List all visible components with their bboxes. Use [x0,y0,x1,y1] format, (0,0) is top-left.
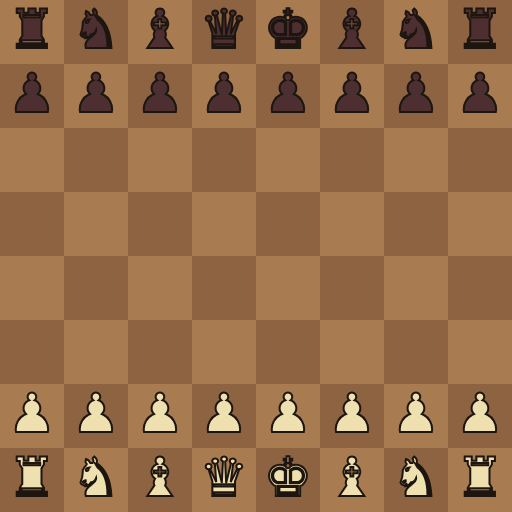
piece-black-bishop[interactable]: ♝ [136,0,184,62]
square-a2[interactable]: ♟ [0,384,64,448]
piece-white-queen[interactable]: ♛ [200,448,248,510]
square-h4[interactable] [448,256,512,320]
square-e8[interactable]: ♚ [256,0,320,64]
square-a5[interactable] [0,192,64,256]
square-b8[interactable]: ♞ [64,0,128,64]
square-g1[interactable]: ♞ [384,448,448,512]
piece-white-knight[interactable]: ♞ [392,448,440,510]
square-f4[interactable] [320,256,384,320]
square-b4[interactable] [64,256,128,320]
piece-white-pawn[interactable]: ♟ [200,384,248,446]
piece-black-rook[interactable]: ♜ [8,0,56,62]
square-b6[interactable] [64,128,128,192]
square-d3[interactable] [192,320,256,384]
square-g4[interactable] [384,256,448,320]
square-g3[interactable] [384,320,448,384]
square-a8[interactable]: ♜ [0,0,64,64]
square-h1[interactable]: ♜ [448,448,512,512]
square-g2[interactable]: ♟ [384,384,448,448]
square-f3[interactable] [320,320,384,384]
square-a6[interactable] [0,128,64,192]
square-h6[interactable] [448,128,512,192]
square-h2[interactable]: ♟ [448,384,512,448]
piece-black-pawn[interactable]: ♟ [392,64,440,126]
square-f6[interactable] [320,128,384,192]
square-c8[interactable]: ♝ [128,0,192,64]
piece-black-pawn[interactable]: ♟ [456,64,504,126]
piece-black-king[interactable]: ♚ [264,0,312,62]
square-d2[interactable]: ♟ [192,384,256,448]
square-h5[interactable] [448,192,512,256]
square-g5[interactable] [384,192,448,256]
square-g7[interactable]: ♟ [384,64,448,128]
piece-black-pawn[interactable]: ♟ [200,64,248,126]
square-e3[interactable] [256,320,320,384]
square-f2[interactable]: ♟ [320,384,384,448]
square-a3[interactable] [0,320,64,384]
piece-black-pawn[interactable]: ♟ [8,64,56,126]
square-d1[interactable]: ♛ [192,448,256,512]
square-b7[interactable]: ♟ [64,64,128,128]
square-g6[interactable] [384,128,448,192]
piece-white-pawn[interactable]: ♟ [264,384,312,446]
piece-black-pawn[interactable]: ♟ [72,64,120,126]
square-e7[interactable]: ♟ [256,64,320,128]
square-e5[interactable] [256,192,320,256]
square-e1[interactable]: ♚ [256,448,320,512]
square-d4[interactable] [192,256,256,320]
piece-white-knight[interactable]: ♞ [72,448,120,510]
square-c1[interactable]: ♝ [128,448,192,512]
piece-black-pawn[interactable]: ♟ [136,64,184,126]
piece-black-queen[interactable]: ♛ [200,0,248,62]
square-c6[interactable] [128,128,192,192]
piece-white-bishop[interactable]: ♝ [136,448,184,510]
piece-black-pawn[interactable]: ♟ [264,64,312,126]
piece-white-rook[interactable]: ♜ [8,448,56,510]
square-a1[interactable]: ♜ [0,448,64,512]
piece-black-rook[interactable]: ♜ [456,0,504,62]
piece-white-pawn[interactable]: ♟ [392,384,440,446]
piece-white-bishop[interactable]: ♝ [328,448,376,510]
square-f1[interactable]: ♝ [320,448,384,512]
square-e6[interactable] [256,128,320,192]
square-h7[interactable]: ♟ [448,64,512,128]
square-b3[interactable] [64,320,128,384]
square-g8[interactable]: ♞ [384,0,448,64]
square-h3[interactable] [448,320,512,384]
piece-white-pawn[interactable]: ♟ [8,384,56,446]
square-c5[interactable] [128,192,192,256]
square-d5[interactable] [192,192,256,256]
piece-white-pawn[interactable]: ♟ [456,384,504,446]
square-e4[interactable] [256,256,320,320]
chess-board: ♜♞♝♛♚♝♞♜♟♟♟♟♟♟♟♟♟♟♟♟♟♟♟♟♜♞♝♛♚♝♞♜ [0,0,512,512]
piece-black-bishop[interactable]: ♝ [328,0,376,62]
piece-black-pawn[interactable]: ♟ [328,64,376,126]
square-b1[interactable]: ♞ [64,448,128,512]
square-f7[interactable]: ♟ [320,64,384,128]
square-b5[interactable] [64,192,128,256]
piece-black-knight[interactable]: ♞ [72,0,120,62]
square-d7[interactable]: ♟ [192,64,256,128]
square-b2[interactable]: ♟ [64,384,128,448]
square-f8[interactable]: ♝ [320,0,384,64]
square-d6[interactable] [192,128,256,192]
square-c4[interactable] [128,256,192,320]
square-h8[interactable]: ♜ [448,0,512,64]
piece-white-king[interactable]: ♚ [264,448,312,510]
square-c7[interactable]: ♟ [128,64,192,128]
piece-white-pawn[interactable]: ♟ [136,384,184,446]
piece-white-pawn[interactable]: ♟ [328,384,376,446]
square-f5[interactable] [320,192,384,256]
square-a4[interactable] [0,256,64,320]
square-c2[interactable]: ♟ [128,384,192,448]
square-d8[interactable]: ♛ [192,0,256,64]
piece-white-rook[interactable]: ♜ [456,448,504,510]
square-e2[interactable]: ♟ [256,384,320,448]
square-c3[interactable] [128,320,192,384]
square-a7[interactable]: ♟ [0,64,64,128]
piece-black-knight[interactable]: ♞ [392,0,440,62]
piece-white-pawn[interactable]: ♟ [72,384,120,446]
